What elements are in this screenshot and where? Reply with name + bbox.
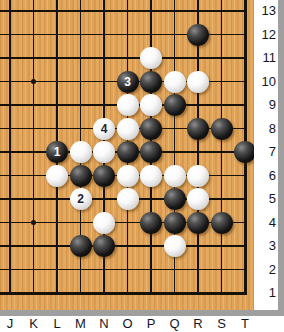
move-number-label: 3 [124, 76, 131, 88]
star-point-K10 [31, 79, 36, 84]
board-shadow-bottom [0, 310, 284, 316]
go-board[interactable]: 3142 [0, 0, 254, 310]
grid-line-horizontal-13 [0, 10, 247, 12]
move-number-label: 2 [77, 193, 84, 205]
black-stone-S8[interactable] [211, 118, 233, 140]
go-app-window: 3142 13121110987654321 JKLMNOPQRST [0, 0, 284, 332]
black-stone-N6[interactable] [93, 165, 115, 187]
col-label-Q: Q [165, 316, 185, 332]
col-label-S: S [212, 316, 232, 332]
grid-line-horizontal-2 [0, 269, 247, 271]
black-stone-P7[interactable] [140, 141, 162, 163]
grid-line-vertical-K [33, 0, 35, 295]
black-stone-N3[interactable] [93, 235, 115, 257]
column-coordinate-strip: JKLMNOPQRST [0, 316, 284, 332]
grid-line-horizontal-3 [0, 245, 247, 247]
white-stone-O6[interactable] [117, 165, 139, 187]
row-label-13: 13 [256, 3, 276, 19]
black-stone-O7[interactable] [117, 141, 139, 163]
white-stone-L6[interactable] [46, 165, 68, 187]
grid-line-vertical-S [221, 0, 223, 295]
col-label-L: L [47, 316, 67, 332]
grid-line-horizontal-1 [0, 292, 247, 295]
row-label-9: 9 [256, 97, 276, 113]
black-stone-R12[interactable] [187, 24, 209, 46]
row-label-5: 5 [256, 191, 276, 207]
white-stone-N7[interactable] [93, 141, 115, 163]
black-stone-M3[interactable] [70, 235, 92, 257]
grid-line-horizontal-4 [0, 222, 247, 224]
move-number-label: 1 [54, 146, 61, 158]
row-label-10: 10 [256, 74, 276, 90]
row-label-1: 1 [256, 285, 276, 301]
row-label-3: 3 [256, 238, 276, 254]
white-stone-Q6[interactable] [164, 165, 186, 187]
black-stone-Q9[interactable] [164, 94, 186, 116]
white-stone-R6[interactable] [187, 165, 209, 187]
black-stone-P10[interactable] [140, 71, 162, 93]
row-label-6: 6 [256, 168, 276, 184]
black-stone-S4[interactable] [211, 212, 233, 234]
col-label-R: R [188, 316, 208, 332]
black-stone-R4[interactable] [187, 212, 209, 234]
col-label-N: N [94, 316, 114, 332]
grid-line-horizontal-11 [0, 57, 247, 59]
row-label-4: 4 [256, 215, 276, 231]
black-stone-R8[interactable] [187, 118, 209, 140]
window-edge-right [278, 0, 284, 316]
row-label-11: 11 [256, 50, 276, 66]
white-stone-P9[interactable] [140, 94, 162, 116]
white-stone-O9[interactable] [117, 94, 139, 116]
white-stone-Q10[interactable] [164, 71, 186, 93]
black-stone-O10[interactable]: 3 [117, 71, 139, 93]
white-stone-N8[interactable]: 4 [93, 118, 115, 140]
grid-line-horizontal-12 [0, 34, 247, 36]
row-label-2: 2 [256, 262, 276, 278]
black-stone-P4[interactable] [140, 212, 162, 234]
black-stone-L7[interactable]: 1 [46, 141, 68, 163]
white-stone-P11[interactable] [140, 47, 162, 69]
col-label-M: M [71, 316, 91, 332]
black-stone-Q4[interactable] [164, 212, 186, 234]
black-stone-T7[interactable] [234, 141, 256, 163]
white-stone-M5[interactable]: 2 [70, 188, 92, 210]
white-stone-O8[interactable] [117, 118, 139, 140]
white-stone-O5[interactable] [117, 188, 139, 210]
black-stone-P8[interactable] [140, 118, 162, 140]
col-label-K: K [24, 316, 44, 332]
row-label-8: 8 [256, 121, 276, 137]
white-stone-Q3[interactable] [164, 235, 186, 257]
col-label-J: J [0, 316, 20, 332]
white-stone-N4[interactable] [93, 212, 115, 234]
row-coordinate-strip: 13121110987654321 [254, 0, 278, 310]
black-stone-Q5[interactable] [164, 188, 186, 210]
white-stone-R5[interactable] [187, 188, 209, 210]
col-label-P: P [141, 316, 161, 332]
white-stone-M7[interactable] [70, 141, 92, 163]
col-label-O: O [118, 316, 138, 332]
col-label-T: T [235, 316, 255, 332]
row-label-12: 12 [256, 27, 276, 43]
white-stone-R10[interactable] [187, 71, 209, 93]
black-stone-M6[interactable] [70, 165, 92, 187]
grid-line-vertical-J [9, 0, 11, 295]
row-label-7: 7 [256, 144, 276, 160]
star-point-K4 [31, 220, 36, 225]
move-number-label: 4 [101, 123, 108, 135]
white-stone-P6[interactable] [140, 165, 162, 187]
